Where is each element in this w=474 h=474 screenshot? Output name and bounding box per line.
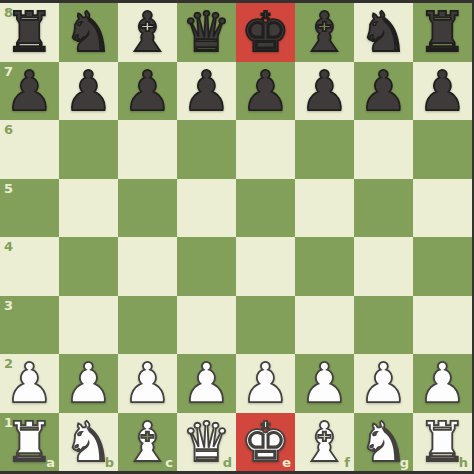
square-e3[interactable] <box>236 296 295 355</box>
square-d5[interactable] <box>177 179 236 238</box>
square-g4[interactable] <box>354 237 413 296</box>
square-d3[interactable] <box>177 296 236 355</box>
square-c1[interactable]: c♝ <box>118 413 177 472</box>
square-h1[interactable]: h♜ <box>413 413 472 472</box>
square-f2[interactable]: ♟ <box>295 354 354 413</box>
square-h6[interactable] <box>413 120 472 179</box>
square-b7[interactable]: ♟ <box>59 62 118 121</box>
black-pawn-piece[interactable]: ♟ <box>182 62 231 120</box>
square-h4[interactable] <box>413 237 472 296</box>
square-a8[interactable]: 8♜ <box>0 3 59 62</box>
black-king-piece[interactable]: ♚ <box>241 3 290 61</box>
square-f1[interactable]: f♝ <box>295 413 354 472</box>
app-background: 8♜♞♝♛♚♝♞♜7♟♟♟♟♟♟♟♟65432♟♟♟♟♟♟♟♟1a♜b♞c♝d♛… <box>0 0 474 474</box>
white-pawn-piece[interactable]: ♟ <box>300 354 349 412</box>
square-c4[interactable] <box>118 237 177 296</box>
black-pawn-piece[interactable]: ♟ <box>123 62 172 120</box>
square-b3[interactable] <box>59 296 118 355</box>
white-pawn-piece[interactable]: ♟ <box>182 354 231 412</box>
square-c6[interactable] <box>118 120 177 179</box>
black-pawn-piece[interactable]: ♟ <box>64 62 113 120</box>
black-pawn-piece[interactable]: ♟ <box>418 62 467 120</box>
white-pawn-piece[interactable]: ♟ <box>241 354 290 412</box>
square-b2[interactable]: ♟ <box>59 354 118 413</box>
chess-board: 8♜♞♝♛♚♝♞♜7♟♟♟♟♟♟♟♟65432♟♟♟♟♟♟♟♟1a♜b♞c♝d♛… <box>0 3 472 471</box>
black-bishop-piece[interactable]: ♝ <box>123 3 172 61</box>
square-g6[interactable] <box>354 120 413 179</box>
white-bishop-piece[interactable]: ♝ <box>300 413 349 471</box>
square-c7[interactable]: ♟ <box>118 62 177 121</box>
white-pawn-piece[interactable]: ♟ <box>5 354 54 412</box>
black-pawn-piece[interactable]: ♟ <box>241 62 290 120</box>
square-f4[interactable] <box>295 237 354 296</box>
square-g2[interactable]: ♟ <box>354 354 413 413</box>
white-rook-piece[interactable]: ♜ <box>418 413 467 471</box>
square-e1[interactable]: e♚ <box>236 413 295 472</box>
square-h8[interactable]: ♜ <box>413 3 472 62</box>
white-pawn-piece[interactable]: ♟ <box>123 354 172 412</box>
square-a1[interactable]: 1a♜ <box>0 413 59 472</box>
square-d7[interactable]: ♟ <box>177 62 236 121</box>
black-pawn-piece[interactable]: ♟ <box>5 62 54 120</box>
square-d6[interactable] <box>177 120 236 179</box>
square-h7[interactable]: ♟ <box>413 62 472 121</box>
square-a6[interactable]: 6 <box>0 120 59 179</box>
square-a7[interactable]: 7♟ <box>0 62 59 121</box>
black-pawn-piece[interactable]: ♟ <box>359 62 408 120</box>
white-pawn-piece[interactable]: ♟ <box>64 354 113 412</box>
square-d4[interactable] <box>177 237 236 296</box>
square-f8[interactable]: ♝ <box>295 3 354 62</box>
white-knight-piece[interactable]: ♞ <box>64 413 113 471</box>
white-bishop-piece[interactable]: ♝ <box>123 413 172 471</box>
black-rook-piece[interactable]: ♜ <box>5 3 54 61</box>
square-h2[interactable]: ♟ <box>413 354 472 413</box>
square-c5[interactable] <box>118 179 177 238</box>
square-b1[interactable]: b♞ <box>59 413 118 472</box>
square-f7[interactable]: ♟ <box>295 62 354 121</box>
square-e4[interactable] <box>236 237 295 296</box>
square-b8[interactable]: ♞ <box>59 3 118 62</box>
rank-label-3: 3 <box>4 299 13 312</box>
white-pawn-piece[interactable]: ♟ <box>418 354 467 412</box>
square-b6[interactable] <box>59 120 118 179</box>
square-e7[interactable]: ♟ <box>236 62 295 121</box>
square-c8[interactable]: ♝ <box>118 3 177 62</box>
white-king-piece[interactable]: ♚ <box>241 413 290 471</box>
rank-label-6: 6 <box>4 123 13 136</box>
square-c3[interactable] <box>118 296 177 355</box>
square-e5[interactable] <box>236 179 295 238</box>
square-g7[interactable]: ♟ <box>354 62 413 121</box>
black-rook-piece[interactable]: ♜ <box>418 3 467 61</box>
square-g1[interactable]: g♞ <box>354 413 413 472</box>
square-e6[interactable] <box>236 120 295 179</box>
square-g8[interactable]: ♞ <box>354 3 413 62</box>
square-h5[interactable] <box>413 179 472 238</box>
square-f3[interactable] <box>295 296 354 355</box>
square-d8[interactable]: ♛ <box>177 3 236 62</box>
white-rook-piece[interactable]: ♜ <box>5 413 54 471</box>
square-b5[interactable] <box>59 179 118 238</box>
square-d2[interactable]: ♟ <box>177 354 236 413</box>
square-a3[interactable]: 3 <box>0 296 59 355</box>
black-knight-piece[interactable]: ♞ <box>64 3 113 61</box>
rank-label-4: 4 <box>4 240 13 253</box>
black-bishop-piece[interactable]: ♝ <box>300 3 349 61</box>
black-pawn-piece[interactable]: ♟ <box>300 62 349 120</box>
square-d1[interactable]: d♛ <box>177 413 236 472</box>
square-f5[interactable] <box>295 179 354 238</box>
square-b4[interactable] <box>59 237 118 296</box>
white-knight-piece[interactable]: ♞ <box>359 413 408 471</box>
white-queen-piece[interactable]: ♛ <box>182 413 231 471</box>
rank-label-5: 5 <box>4 182 13 195</box>
square-g3[interactable] <box>354 296 413 355</box>
square-e2[interactable]: ♟ <box>236 354 295 413</box>
square-c2[interactable]: ♟ <box>118 354 177 413</box>
square-e8[interactable]: ♚ <box>236 3 295 62</box>
square-a4[interactable]: 4 <box>0 237 59 296</box>
white-pawn-piece[interactable]: ♟ <box>359 354 408 412</box>
square-a2[interactable]: 2♟ <box>0 354 59 413</box>
black-knight-piece[interactable]: ♞ <box>359 3 408 61</box>
square-g5[interactable] <box>354 179 413 238</box>
square-h3[interactable] <box>413 296 472 355</box>
square-a5[interactable]: 5 <box>0 179 59 238</box>
square-f6[interactable] <box>295 120 354 179</box>
black-queen-piece[interactable]: ♛ <box>182 3 231 61</box>
